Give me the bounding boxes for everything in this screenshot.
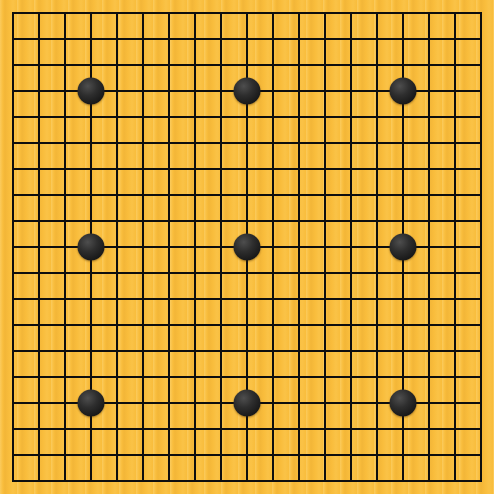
board-intersection[interactable] xyxy=(208,130,234,156)
board-intersection[interactable] xyxy=(0,286,26,312)
board-intersection[interactable] xyxy=(0,208,26,234)
board-intersection[interactable] xyxy=(104,390,130,416)
board-intersection[interactable] xyxy=(468,78,494,104)
black-stone[interactable] xyxy=(78,390,105,417)
board-intersection[interactable] xyxy=(182,416,208,442)
board-intersection[interactable] xyxy=(260,104,286,130)
board-intersection[interactable] xyxy=(312,312,338,338)
board-intersection[interactable] xyxy=(442,130,468,156)
board-intersection[interactable] xyxy=(104,364,130,390)
board-intersection[interactable] xyxy=(338,286,364,312)
board-intersection[interactable] xyxy=(182,390,208,416)
board-intersection[interactable] xyxy=(52,468,78,494)
board-intersection[interactable] xyxy=(416,312,442,338)
black-stone[interactable] xyxy=(390,78,417,105)
board-intersection[interactable] xyxy=(156,182,182,208)
board-intersection[interactable] xyxy=(468,416,494,442)
black-stone[interactable] xyxy=(234,78,261,105)
board-intersection[interactable] xyxy=(104,338,130,364)
board-intersection[interactable] xyxy=(52,52,78,78)
board-intersection[interactable] xyxy=(416,286,442,312)
board-intersection[interactable] xyxy=(442,52,468,78)
board-intersection[interactable] xyxy=(416,260,442,286)
board-intersection[interactable] xyxy=(104,26,130,52)
board-intersection[interactable] xyxy=(260,208,286,234)
board-intersection[interactable] xyxy=(234,52,260,78)
board-intersection[interactable] xyxy=(286,52,312,78)
board-intersection[interactable] xyxy=(416,26,442,52)
board-intersection[interactable] xyxy=(234,182,260,208)
board-intersection[interactable] xyxy=(208,442,234,468)
board-intersection[interactable] xyxy=(338,130,364,156)
board-intersection[interactable] xyxy=(286,0,312,26)
board-intersection[interactable] xyxy=(364,416,390,442)
board-intersection[interactable] xyxy=(130,390,156,416)
board-intersection[interactable] xyxy=(182,364,208,390)
board-intersection[interactable] xyxy=(26,78,52,104)
board-intersection[interactable] xyxy=(312,468,338,494)
board-intersection[interactable] xyxy=(286,234,312,260)
board-intersection[interactable] xyxy=(312,260,338,286)
board-intersection[interactable] xyxy=(286,26,312,52)
board-intersection[interactable] xyxy=(364,338,390,364)
board-intersection[interactable] xyxy=(78,312,104,338)
board-intersection[interactable] xyxy=(208,0,234,26)
board-intersection[interactable] xyxy=(364,0,390,26)
board-intersection[interactable] xyxy=(468,390,494,416)
board-intersection[interactable] xyxy=(260,312,286,338)
board-intersection[interactable] xyxy=(208,260,234,286)
board-intersection[interactable] xyxy=(468,338,494,364)
board-intersection[interactable] xyxy=(156,468,182,494)
board-intersection[interactable] xyxy=(130,0,156,26)
board-intersection[interactable] xyxy=(26,312,52,338)
board-intersection[interactable] xyxy=(182,286,208,312)
board-intersection[interactable] xyxy=(390,442,416,468)
board-intersection[interactable] xyxy=(52,442,78,468)
board-intersection[interactable] xyxy=(78,0,104,26)
board-intersection[interactable] xyxy=(130,338,156,364)
board-intersection[interactable] xyxy=(104,0,130,26)
board-intersection[interactable] xyxy=(156,260,182,286)
board-intersection[interactable] xyxy=(52,286,78,312)
board-intersection[interactable] xyxy=(416,130,442,156)
board-intersection[interactable] xyxy=(260,130,286,156)
board-intersection[interactable] xyxy=(364,442,390,468)
board-intersection[interactable] xyxy=(52,416,78,442)
board-intersection[interactable] xyxy=(442,390,468,416)
board-intersection[interactable] xyxy=(338,390,364,416)
board-intersection[interactable] xyxy=(26,0,52,26)
board-intersection[interactable] xyxy=(52,260,78,286)
board-intersection[interactable] xyxy=(260,390,286,416)
board-intersection[interactable] xyxy=(260,0,286,26)
board-intersection[interactable] xyxy=(442,156,468,182)
board-intersection[interactable] xyxy=(416,52,442,78)
board-intersection[interactable] xyxy=(208,416,234,442)
board-intersection[interactable] xyxy=(78,130,104,156)
board-intersection[interactable] xyxy=(312,182,338,208)
board-intersection[interactable] xyxy=(338,260,364,286)
board-intersection[interactable] xyxy=(364,312,390,338)
board-intersection[interactable] xyxy=(286,416,312,442)
board-intersection[interactable] xyxy=(234,416,260,442)
board-intersection[interactable] xyxy=(104,260,130,286)
board-intersection[interactable] xyxy=(338,364,364,390)
board-intersection[interactable] xyxy=(468,208,494,234)
board-intersection[interactable] xyxy=(26,286,52,312)
board-intersection[interactable] xyxy=(156,130,182,156)
board-intersection[interactable] xyxy=(416,234,442,260)
board-intersection[interactable] xyxy=(52,338,78,364)
board-intersection[interactable] xyxy=(468,286,494,312)
board-intersection[interactable] xyxy=(390,390,416,416)
board-intersection[interactable] xyxy=(286,468,312,494)
board-intersection[interactable] xyxy=(286,208,312,234)
board-intersection[interactable] xyxy=(130,78,156,104)
board-intersection[interactable] xyxy=(0,26,26,52)
board-intersection[interactable] xyxy=(156,234,182,260)
board-intersection[interactable] xyxy=(156,416,182,442)
board-intersection[interactable] xyxy=(442,0,468,26)
board-intersection[interactable] xyxy=(156,338,182,364)
board-intersection[interactable] xyxy=(208,156,234,182)
board-intersection[interactable] xyxy=(468,130,494,156)
board-intersection[interactable] xyxy=(182,338,208,364)
board-intersection[interactable] xyxy=(0,0,26,26)
board-intersection[interactable] xyxy=(286,442,312,468)
board-intersection[interactable] xyxy=(26,338,52,364)
board-intersection[interactable] xyxy=(468,104,494,130)
board-intersection[interactable] xyxy=(0,338,26,364)
board-intersection[interactable] xyxy=(26,130,52,156)
board-intersection[interactable] xyxy=(390,338,416,364)
board-intersection[interactable] xyxy=(442,468,468,494)
board-intersection[interactable] xyxy=(208,52,234,78)
board-intersection[interactable] xyxy=(416,442,442,468)
board-intersection[interactable] xyxy=(156,0,182,26)
board-intersection[interactable] xyxy=(338,26,364,52)
board-intersection[interactable] xyxy=(78,338,104,364)
board-intersection[interactable] xyxy=(26,260,52,286)
board-intersection[interactable] xyxy=(364,78,390,104)
board-intersection[interactable] xyxy=(156,286,182,312)
board-intersection[interactable] xyxy=(182,208,208,234)
board-intersection[interactable] xyxy=(130,156,156,182)
board-intersection[interactable] xyxy=(0,130,26,156)
board-intersection[interactable] xyxy=(390,156,416,182)
board-intersection[interactable] xyxy=(442,208,468,234)
board-intersection[interactable] xyxy=(78,182,104,208)
board-intersection[interactable] xyxy=(234,0,260,26)
board-intersection[interactable] xyxy=(130,312,156,338)
board-intersection[interactable] xyxy=(312,26,338,52)
board-intersection[interactable] xyxy=(286,130,312,156)
board-intersection[interactable] xyxy=(234,234,260,260)
board-intersection[interactable] xyxy=(364,364,390,390)
board-intersection[interactable] xyxy=(390,234,416,260)
board-intersection[interactable] xyxy=(364,234,390,260)
board-intersection[interactable] xyxy=(78,78,104,104)
board-intersection[interactable] xyxy=(416,416,442,442)
board-intersection[interactable] xyxy=(286,182,312,208)
board-intersection[interactable] xyxy=(312,156,338,182)
board-intersection[interactable] xyxy=(442,312,468,338)
board-intersection[interactable] xyxy=(416,338,442,364)
board-intersection[interactable] xyxy=(390,312,416,338)
board-intersection[interactable] xyxy=(78,156,104,182)
board-intersection[interactable] xyxy=(260,416,286,442)
board-intersection[interactable] xyxy=(416,156,442,182)
board-intersection[interactable] xyxy=(130,130,156,156)
board-intersection[interactable] xyxy=(286,312,312,338)
board-intersection[interactable] xyxy=(182,156,208,182)
board-intersection[interactable] xyxy=(468,182,494,208)
board-intersection[interactable] xyxy=(104,78,130,104)
board-intersection[interactable] xyxy=(468,468,494,494)
black-stone[interactable] xyxy=(78,78,105,105)
board-intersection[interactable] xyxy=(208,468,234,494)
board-intersection[interactable] xyxy=(364,104,390,130)
board-intersection[interactable] xyxy=(78,104,104,130)
board-intersection[interactable] xyxy=(364,208,390,234)
board-intersection[interactable] xyxy=(156,78,182,104)
board-intersection[interactable] xyxy=(286,390,312,416)
board-intersection[interactable] xyxy=(260,468,286,494)
board-intersection[interactable] xyxy=(312,234,338,260)
board-intersection[interactable] xyxy=(312,130,338,156)
board-intersection[interactable] xyxy=(26,468,52,494)
board-intersection[interactable] xyxy=(26,52,52,78)
board-intersection[interactable] xyxy=(104,442,130,468)
board-intersection[interactable] xyxy=(182,0,208,26)
board-intersection[interactable] xyxy=(130,286,156,312)
board-intersection[interactable] xyxy=(260,78,286,104)
board-intersection[interactable] xyxy=(0,442,26,468)
board-intersection[interactable] xyxy=(0,390,26,416)
black-stone[interactable] xyxy=(390,390,417,417)
board-intersection[interactable] xyxy=(104,286,130,312)
board-intersection[interactable] xyxy=(26,156,52,182)
board-intersection[interactable] xyxy=(78,286,104,312)
board-intersection[interactable] xyxy=(390,104,416,130)
board-intersection[interactable] xyxy=(0,104,26,130)
board-intersection[interactable] xyxy=(130,364,156,390)
board-intersection[interactable] xyxy=(468,26,494,52)
board-intersection[interactable] xyxy=(338,468,364,494)
board-intersection[interactable] xyxy=(78,234,104,260)
board-intersection[interactable] xyxy=(286,364,312,390)
board-intersection[interactable] xyxy=(312,208,338,234)
board-intersection[interactable] xyxy=(182,442,208,468)
board-intersection[interactable] xyxy=(234,312,260,338)
board-intersection[interactable] xyxy=(468,234,494,260)
board-intersection[interactable] xyxy=(260,286,286,312)
board-intersection[interactable] xyxy=(312,416,338,442)
board-intersection[interactable] xyxy=(312,364,338,390)
board-intersection[interactable] xyxy=(52,234,78,260)
board-intersection[interactable] xyxy=(104,416,130,442)
board-intersection[interactable] xyxy=(182,104,208,130)
board-intersection[interactable] xyxy=(338,338,364,364)
board-intersection[interactable] xyxy=(234,104,260,130)
board-intersection[interactable] xyxy=(338,182,364,208)
board-intersection[interactable] xyxy=(390,364,416,390)
board-intersection[interactable] xyxy=(338,312,364,338)
board-intersection[interactable] xyxy=(26,390,52,416)
board-intersection[interactable] xyxy=(208,234,234,260)
board-intersection[interactable] xyxy=(26,104,52,130)
board-intersection[interactable] xyxy=(416,208,442,234)
board-intersection[interactable] xyxy=(104,104,130,130)
board-intersection[interactable] xyxy=(338,234,364,260)
board-intersection[interactable] xyxy=(234,78,260,104)
board-intersection[interactable] xyxy=(260,442,286,468)
board-intersection[interactable] xyxy=(234,260,260,286)
board-intersection[interactable] xyxy=(26,182,52,208)
board-intersection[interactable] xyxy=(468,156,494,182)
board-intersection[interactable] xyxy=(208,364,234,390)
board-intersection[interactable] xyxy=(338,208,364,234)
board-intersection[interactable] xyxy=(338,78,364,104)
board-intersection[interactable] xyxy=(130,208,156,234)
board-intersection[interactable] xyxy=(52,364,78,390)
board-intersection[interactable] xyxy=(182,78,208,104)
board-intersection[interactable] xyxy=(26,234,52,260)
board-intersection[interactable] xyxy=(312,52,338,78)
board-intersection[interactable] xyxy=(234,130,260,156)
board-intersection[interactable] xyxy=(26,208,52,234)
board-intersection[interactable] xyxy=(312,442,338,468)
board-intersection[interactable] xyxy=(442,260,468,286)
board-intersection[interactable] xyxy=(260,338,286,364)
board-intersection[interactable] xyxy=(182,260,208,286)
board-intersection[interactable] xyxy=(260,156,286,182)
board-intersection[interactable] xyxy=(52,78,78,104)
board-intersection[interactable] xyxy=(52,182,78,208)
board-intersection[interactable] xyxy=(234,338,260,364)
board-intersection[interactable] xyxy=(364,260,390,286)
board-intersection[interactable] xyxy=(104,130,130,156)
board-intersection[interactable] xyxy=(390,78,416,104)
board-intersection[interactable] xyxy=(312,0,338,26)
board-intersection[interactable] xyxy=(130,182,156,208)
board-intersection[interactable] xyxy=(312,338,338,364)
board-intersection[interactable] xyxy=(468,312,494,338)
board-intersection[interactable] xyxy=(442,26,468,52)
board-intersection[interactable] xyxy=(390,208,416,234)
board-intersection[interactable] xyxy=(390,130,416,156)
board-intersection[interactable] xyxy=(286,260,312,286)
board-intersection[interactable] xyxy=(260,52,286,78)
board-intersection[interactable] xyxy=(156,52,182,78)
board-intersection[interactable] xyxy=(468,260,494,286)
board-intersection[interactable] xyxy=(208,338,234,364)
board-intersection[interactable] xyxy=(130,468,156,494)
black-stone[interactable] xyxy=(78,234,105,261)
board-intersection[interactable] xyxy=(390,286,416,312)
board-intersection[interactable] xyxy=(390,260,416,286)
board-intersection[interactable] xyxy=(26,416,52,442)
board-intersection[interactable] xyxy=(130,234,156,260)
board-intersection[interactable] xyxy=(0,416,26,442)
board-intersection[interactable] xyxy=(390,0,416,26)
board-intersection[interactable] xyxy=(78,468,104,494)
board-intersection[interactable] xyxy=(182,52,208,78)
board-intersection[interactable] xyxy=(260,182,286,208)
board-intersection[interactable] xyxy=(364,52,390,78)
board-intersection[interactable] xyxy=(260,234,286,260)
board-intersection[interactable] xyxy=(442,286,468,312)
board-intersection[interactable] xyxy=(260,364,286,390)
board-intersection[interactable] xyxy=(416,364,442,390)
board-intersection[interactable] xyxy=(468,442,494,468)
board-intersection[interactable] xyxy=(130,260,156,286)
board-intersection[interactable] xyxy=(182,312,208,338)
board-intersection[interactable] xyxy=(104,234,130,260)
board-intersection[interactable] xyxy=(52,156,78,182)
board-intersection[interactable] xyxy=(416,104,442,130)
board-intersection[interactable] xyxy=(78,416,104,442)
board-intersection[interactable] xyxy=(78,364,104,390)
board-intersection[interactable] xyxy=(364,390,390,416)
board-intersection[interactable] xyxy=(52,130,78,156)
board-intersection[interactable] xyxy=(104,156,130,182)
board-intersection[interactable] xyxy=(442,338,468,364)
board-intersection[interactable] xyxy=(208,104,234,130)
board-intersection[interactable] xyxy=(364,468,390,494)
board-intersection[interactable] xyxy=(286,338,312,364)
board-intersection[interactable] xyxy=(234,286,260,312)
board-intersection[interactable] xyxy=(182,26,208,52)
board-intersection[interactable] xyxy=(364,26,390,52)
board-intersection[interactable] xyxy=(286,78,312,104)
board-intersection[interactable] xyxy=(338,156,364,182)
board-intersection[interactable] xyxy=(130,104,156,130)
board-intersection[interactable] xyxy=(182,234,208,260)
board-intersection[interactable] xyxy=(312,78,338,104)
board-intersection[interactable] xyxy=(338,104,364,130)
board-intersection[interactable] xyxy=(52,390,78,416)
board-intersection[interactable] xyxy=(78,442,104,468)
board-intersection[interactable] xyxy=(26,26,52,52)
board-intersection[interactable] xyxy=(390,468,416,494)
board-intersection[interactable] xyxy=(286,286,312,312)
board-intersection[interactable] xyxy=(416,390,442,416)
board-intersection[interactable] xyxy=(78,260,104,286)
board-intersection[interactable] xyxy=(338,442,364,468)
board-intersection[interactable] xyxy=(364,130,390,156)
board-intersection[interactable] xyxy=(312,286,338,312)
board-intersection[interactable] xyxy=(52,104,78,130)
board-intersection[interactable] xyxy=(442,234,468,260)
board-intersection[interactable] xyxy=(338,0,364,26)
board-intersection[interactable] xyxy=(442,364,468,390)
black-stone[interactable] xyxy=(390,234,417,261)
board-intersection[interactable] xyxy=(182,468,208,494)
board-intersection[interactable] xyxy=(130,442,156,468)
board-intersection[interactable] xyxy=(260,26,286,52)
board-intersection[interactable] xyxy=(468,0,494,26)
board-intersection[interactable] xyxy=(364,182,390,208)
board-intersection[interactable] xyxy=(156,26,182,52)
board-intersection[interactable] xyxy=(0,312,26,338)
board-intersection[interactable] xyxy=(442,442,468,468)
board-intersection[interactable] xyxy=(208,78,234,104)
board-intersection[interactable] xyxy=(104,182,130,208)
board-intersection[interactable] xyxy=(156,442,182,468)
board-intersection[interactable] xyxy=(208,312,234,338)
